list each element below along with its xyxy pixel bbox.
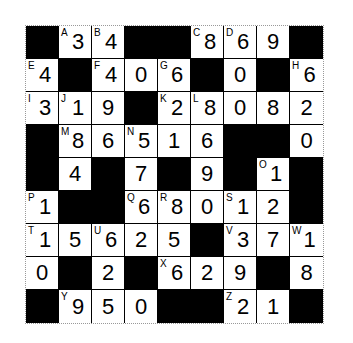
cell-digit: 9 <box>234 262 246 284</box>
cell-r7c4[interactable]: 2 <box>125 224 158 257</box>
block-r8c8 <box>257 257 290 290</box>
cell-digit: 1 <box>270 163 282 185</box>
cell-r8c3[interactable]: 2 <box>92 257 125 290</box>
cell-r7c5[interactable]: 5 <box>158 224 191 257</box>
block-r5c5 <box>158 158 191 191</box>
cell-r7c2[interactable]: 5 <box>59 224 92 257</box>
cell-r8c7[interactable]: 9 <box>224 257 257 290</box>
cell-digit: 1 <box>303 229 315 251</box>
clue-label-D: D <box>226 28 233 38</box>
clue-label-I: I <box>28 94 31 104</box>
cell-r1c3[interactable]: B4 <box>92 26 125 59</box>
cell-digit: 1 <box>168 130 180 152</box>
cell-digit: 3 <box>72 31 84 53</box>
cell-digit: 7 <box>135 163 147 185</box>
cell-r3c2[interactable]: J1 <box>59 92 92 125</box>
cell-r4c4[interactable]: N5 <box>125 125 158 158</box>
cell-digit: 2 <box>267 196 279 218</box>
block-r6c2 <box>59 191 92 224</box>
cell-r8c5[interactable]: X6 <box>158 257 191 290</box>
cell-digit: 4 <box>105 64 117 86</box>
cell-digit: 6 <box>171 262 183 284</box>
block-r1c1 <box>26 26 59 59</box>
cell-digit: 5 <box>102 296 114 318</box>
cell-digit: 0 <box>300 130 312 152</box>
block-r6c9 <box>290 191 323 224</box>
cell-r3c1[interactable]: I3 <box>26 92 59 125</box>
cell-digit: 9 <box>102 97 114 119</box>
block-r9c5 <box>158 290 191 323</box>
cell-r4c5[interactable]: 1 <box>158 125 191 158</box>
block-r6c3 <box>92 191 125 224</box>
clue-label-W: W <box>292 226 301 236</box>
block-r8c4 <box>125 257 158 290</box>
clue-label-A: A <box>61 28 68 38</box>
block-r4c7 <box>224 125 257 158</box>
cell-digit: 1 <box>39 196 51 218</box>
cell-r9c8[interactable]: 1 <box>257 290 290 323</box>
cell-r3c8[interactable]: 8 <box>257 92 290 125</box>
cell-digit: 6 <box>303 64 315 86</box>
clue-label-M: M <box>61 127 69 137</box>
clue-label-Z: Z <box>226 292 232 302</box>
cell-digit: 1 <box>237 196 249 218</box>
block-r9c9 <box>290 290 323 323</box>
block-r2c2 <box>59 59 92 92</box>
cell-r8c1[interactable]: 0 <box>26 257 59 290</box>
cell-r6c7[interactable]: S1 <box>224 191 257 224</box>
cell-digit: 8 <box>267 97 279 119</box>
cell-digit: 8 <box>171 196 183 218</box>
cell-r2c5[interactable]: G6 <box>158 59 191 92</box>
block-r2c8 <box>257 59 290 92</box>
cell-digit: 4 <box>69 163 81 185</box>
cell-digit: 2 <box>300 97 312 119</box>
cell-r5c8[interactable]: O1 <box>257 158 290 191</box>
cell-r6c6[interactable]: 0 <box>191 191 224 224</box>
cell-digit: 5 <box>69 229 81 251</box>
cell-r8c9[interactable]: 8 <box>290 257 323 290</box>
clue-label-N: N <box>127 127 134 137</box>
cell-r5c2[interactable]: 4 <box>59 158 92 191</box>
cell-r2c1[interactable]: E4 <box>26 59 59 92</box>
cell-r7c3[interactable]: U6 <box>92 224 125 257</box>
cell-digit: 6 <box>105 229 117 251</box>
clue-label-R: R <box>160 193 167 203</box>
cell-digit: 5 <box>138 130 150 152</box>
block-r9c1 <box>26 290 59 323</box>
block-r1c4 <box>125 26 158 59</box>
cell-r6c4[interactable]: Q6 <box>125 191 158 224</box>
block-r4c1 <box>26 125 59 158</box>
cell-r9c2[interactable]: Y9 <box>59 290 92 323</box>
cell-digit: 6 <box>237 31 249 53</box>
cell-digit: 9 <box>267 31 279 53</box>
cell-digit: 4 <box>39 64 51 86</box>
cell-digit: 1 <box>72 97 84 119</box>
cell-r9c4[interactable]: 0 <box>125 290 158 323</box>
clue-label-U: U <box>94 226 101 236</box>
cell-digit: 0 <box>234 64 246 86</box>
cell-r7c7[interactable]: V3 <box>224 224 257 257</box>
cell-r4c3[interactable]: 6 <box>92 125 125 158</box>
cell-r3c3[interactable]: 9 <box>92 92 125 125</box>
cell-digit: 8 <box>204 31 216 53</box>
block-r4c8 <box>257 125 290 158</box>
block-r9c6 <box>191 290 224 323</box>
cell-digit: 0 <box>201 196 213 218</box>
cell-digit: 7 <box>267 229 279 251</box>
cell-digit: 8 <box>204 97 216 119</box>
block-r3c4 <box>125 92 158 125</box>
cell-digit: 0 <box>234 97 246 119</box>
cell-r5c4[interactable]: 7 <box>125 158 158 191</box>
cell-digit: 2 <box>171 97 183 119</box>
cell-r5c6[interactable]: 9 <box>191 158 224 191</box>
puzzle-board: A3B4C8D69E4F40G60H6I3J19K2L8082M86N51604… <box>25 25 324 324</box>
cell-digit: 2 <box>135 229 147 251</box>
clue-label-J: J <box>61 94 66 104</box>
block-r2c6 <box>191 59 224 92</box>
cell-digit: 3 <box>39 97 51 119</box>
cell-r6c5[interactable]: R8 <box>158 191 191 224</box>
cell-digit: 4 <box>105 31 117 53</box>
cell-r2c7[interactable]: 0 <box>224 59 257 92</box>
clue-label-H: H <box>292 61 299 71</box>
cell-r2c4[interactable]: 0 <box>125 59 158 92</box>
block-r7c6 <box>191 224 224 257</box>
cell-r6c1[interactable]: P1 <box>26 191 59 224</box>
cell-r1c8[interactable]: 9 <box>257 26 290 59</box>
clue-label-F: F <box>94 61 100 71</box>
clue-label-B: B <box>94 28 101 38</box>
cell-r7c9[interactable]: W1 <box>290 224 323 257</box>
clue-label-Q: Q <box>127 193 135 203</box>
clue-label-X: X <box>160 259 167 269</box>
block-r5c1 <box>26 158 59 191</box>
clue-label-O: O <box>259 160 267 170</box>
cell-r7c8[interactable]: 7 <box>257 224 290 257</box>
clue-label-E: E <box>28 61 35 71</box>
clue-label-S: S <box>226 193 233 203</box>
cell-r8c6[interactable]: 2 <box>191 257 224 290</box>
cell-digit: 8 <box>72 130 84 152</box>
cell-digit: 6 <box>138 196 150 218</box>
block-r5c3 <box>92 158 125 191</box>
cell-digit: 6 <box>171 64 183 86</box>
cell-r1c7[interactable]: D6 <box>224 26 257 59</box>
cell-r3c5[interactable]: K2 <box>158 92 191 125</box>
cell-r3c9[interactable]: 2 <box>290 92 323 125</box>
clue-label-V: V <box>226 226 233 236</box>
cell-digit: 9 <box>72 296 84 318</box>
clue-label-P: P <box>28 193 35 203</box>
cell-r6c8[interactable]: 2 <box>257 191 290 224</box>
cell-r2c9[interactable]: H6 <box>290 59 323 92</box>
cell-digit: 5 <box>168 229 180 251</box>
block-r5c9 <box>290 158 323 191</box>
cell-digit: 3 <box>237 229 249 251</box>
cell-digit: 9 <box>201 163 213 185</box>
cell-digit: 6 <box>201 130 213 152</box>
cell-r7c1[interactable]: T1 <box>26 224 59 257</box>
cell-digit: 2 <box>102 262 114 284</box>
cell-digit: 1 <box>39 229 51 251</box>
cell-r4c2[interactable]: M8 <box>59 125 92 158</box>
cell-digit: 0 <box>135 296 147 318</box>
block-r8c2 <box>59 257 92 290</box>
cell-r9c7[interactable]: Z2 <box>224 290 257 323</box>
block-r5c7 <box>224 158 257 191</box>
cell-digit: 0 <box>135 64 147 86</box>
cell-r4c6[interactable]: 6 <box>191 125 224 158</box>
clue-label-C: C <box>193 28 200 38</box>
clue-label-L: L <box>193 94 199 104</box>
cell-digit: 2 <box>237 296 249 318</box>
cell-r1c6[interactable]: C8 <box>191 26 224 59</box>
cell-digit: 8 <box>300 262 312 284</box>
cell-r9c3[interactable]: 5 <box>92 290 125 323</box>
page: A3B4C8D69E4F40G60H6I3J19K2L8082M86N51604… <box>0 0 353 343</box>
cell-r4c9[interactable]: 0 <box>290 125 323 158</box>
cell-digit: 2 <box>201 262 213 284</box>
block-r1c9 <box>290 26 323 59</box>
clue-label-T: T <box>28 226 34 236</box>
cell-r2c3[interactable]: F4 <box>92 59 125 92</box>
clue-label-K: K <box>160 94 167 104</box>
cell-r3c7[interactable]: 0 <box>224 92 257 125</box>
block-r1c5 <box>158 26 191 59</box>
cell-r3c6[interactable]: L8 <box>191 92 224 125</box>
cell-r1c2[interactable]: A3 <box>59 26 92 59</box>
cell-digit: 6 <box>102 130 114 152</box>
clue-label-G: G <box>160 61 168 71</box>
cell-digit: 1 <box>267 296 279 318</box>
cell-digit: 0 <box>36 262 48 284</box>
clue-label-Y: Y <box>61 292 68 302</box>
